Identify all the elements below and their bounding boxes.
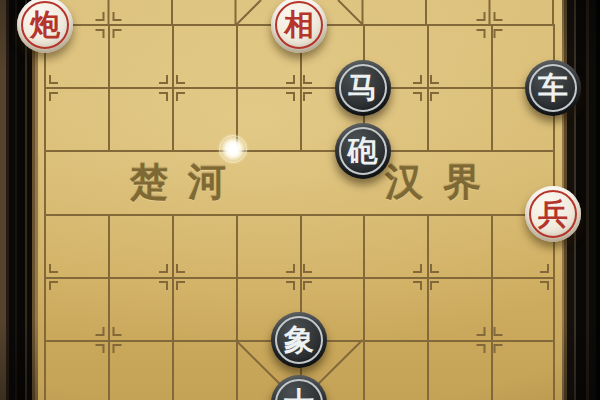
- board-cell[interactable]: [172, 150, 236, 213]
- xiangqi-board-screen: 楚河 汉界 炮相马车砲兵象士: [0, 0, 600, 400]
- frame-left: [0, 0, 38, 400]
- board-cell[interactable]: [236, 87, 300, 150]
- board-cell[interactable]: [44, 150, 108, 213]
- board-cell[interactable]: [108, 214, 172, 277]
- board-cell[interactable]: [300, 214, 364, 277]
- board-cell[interactable]: [427, 214, 491, 277]
- piece-black-chariot-i3[interactable]: 车: [525, 60, 581, 116]
- board-cell[interactable]: [44, 214, 108, 277]
- board-cell[interactable]: [108, 87, 172, 150]
- board-cell[interactable]: [172, 340, 236, 400]
- piece-glyph: 马: [348, 73, 378, 103]
- piece-glyph: 士: [284, 388, 314, 400]
- board-cell[interactable]: [363, 277, 427, 340]
- piece-glyph: 象: [284, 325, 314, 355]
- piece-glyph: 砲: [348, 136, 378, 166]
- board-cell[interactable]: [236, 150, 300, 213]
- board-cell[interactable]: [427, 277, 491, 340]
- piece-glyph: 兵: [538, 199, 568, 229]
- board-cell[interactable]: [363, 214, 427, 277]
- board-cell[interactable]: [491, 277, 555, 340]
- piece-glyph: 炮: [30, 10, 60, 40]
- board-cell[interactable]: [44, 277, 108, 340]
- piece-black-horse-f3[interactable]: 马: [335, 60, 391, 116]
- board-cell[interactable]: [44, 87, 108, 150]
- board-cell[interactable]: [172, 24, 236, 87]
- board-cell[interactable]: [236, 214, 300, 277]
- board-cell[interactable]: [427, 340, 491, 400]
- board-cell[interactable]: [44, 340, 108, 400]
- board-cell[interactable]: [491, 340, 555, 400]
- piece-red-soldier-i5[interactable]: 兵: [525, 186, 581, 242]
- board-cell[interactable]: [427, 150, 491, 213]
- piece-glyph: 相: [284, 10, 314, 40]
- board-cell[interactable]: [427, 87, 491, 150]
- board-cell[interactable]: [108, 277, 172, 340]
- board-cell[interactable]: [427, 24, 491, 87]
- board-cell[interactable]: [172, 214, 236, 277]
- piece-black-cannon-f4[interactable]: 砲: [335, 123, 391, 179]
- piece-black-elephant-e7[interactable]: 象: [271, 312, 327, 368]
- board-cell[interactable]: [108, 24, 172, 87]
- piece-glyph: 车: [538, 73, 568, 103]
- board-cell[interactable]: [172, 277, 236, 340]
- board-cell[interactable]: [108, 150, 172, 213]
- board-cell[interactable]: [172, 87, 236, 150]
- board-cell[interactable]: [108, 340, 172, 400]
- board-cell[interactable]: [363, 340, 427, 400]
